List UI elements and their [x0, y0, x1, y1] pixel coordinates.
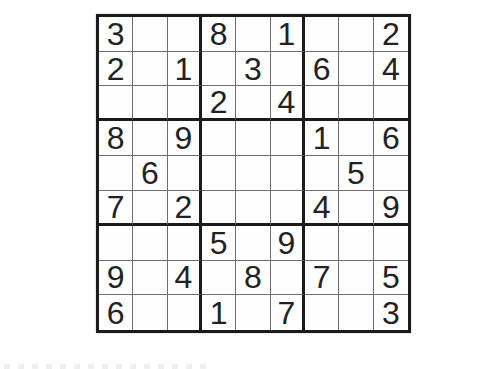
cell-r6c4[interactable] — [202, 191, 236, 226]
cell-r8c5[interactable]: 8 — [236, 261, 270, 296]
cell-r5c2[interactable]: 6 — [133, 156, 167, 191]
cell-r2c5[interactable]: 3 — [236, 52, 270, 87]
cell-r6c6[interactable] — [271, 191, 305, 226]
cell-r1c6[interactable]: 1 — [271, 17, 305, 52]
cell-r3c6[interactable]: 4 — [271, 86, 305, 121]
cell-r3c1[interactable] — [99, 86, 133, 121]
cell-r9c6[interactable]: 7 — [271, 295, 305, 330]
cell-r4c7[interactable]: 1 — [305, 121, 339, 156]
cell-r7c1[interactable] — [99, 226, 133, 261]
cell-r7c2[interactable] — [133, 226, 167, 261]
cell-r5c8[interactable]: 5 — [339, 156, 373, 191]
sudoku-board: 38122136424891665724959948756173 — [96, 14, 411, 333]
cell-r1c8[interactable] — [339, 17, 373, 52]
cell-r6c7[interactable]: 4 — [305, 191, 339, 226]
cropped-text-artifact — [4, 364, 214, 369]
cell-r3c8[interactable] — [339, 86, 373, 121]
cell-r1c7[interactable] — [305, 17, 339, 52]
cell-r1c3[interactable] — [168, 17, 202, 52]
cell-r5c1[interactable] — [99, 156, 133, 191]
cell-r7c6[interactable]: 9 — [271, 226, 305, 261]
cell-r5c5[interactable] — [236, 156, 270, 191]
cell-r5c7[interactable] — [305, 156, 339, 191]
cell-r3c4[interactable]: 2 — [202, 86, 236, 121]
cell-r1c2[interactable] — [133, 17, 167, 52]
cell-r5c6[interactable] — [271, 156, 305, 191]
cell-r1c1[interactable]: 3 — [99, 17, 133, 52]
cell-r2c9[interactable]: 4 — [374, 52, 408, 87]
cell-r6c3[interactable]: 2 — [168, 191, 202, 226]
cell-r4c1[interactable]: 8 — [99, 121, 133, 156]
cell-r3c3[interactable] — [168, 86, 202, 121]
cell-r7c7[interactable] — [305, 226, 339, 261]
cell-r2c4[interactable] — [202, 52, 236, 87]
cell-r7c4[interactable]: 5 — [202, 226, 236, 261]
cell-r2c6[interactable] — [271, 52, 305, 87]
cell-r4c9[interactable]: 6 — [374, 121, 408, 156]
cell-r1c4[interactable]: 8 — [202, 17, 236, 52]
cell-r8c1[interactable]: 9 — [99, 261, 133, 296]
cell-r6c1[interactable]: 7 — [99, 191, 133, 226]
cell-r2c7[interactable]: 6 — [305, 52, 339, 87]
cell-r4c2[interactable] — [133, 121, 167, 156]
cell-r1c5[interactable] — [236, 17, 270, 52]
cell-r2c2[interactable] — [133, 52, 167, 87]
cell-r4c8[interactable] — [339, 121, 373, 156]
cell-r8c7[interactable]: 7 — [305, 261, 339, 296]
cell-r2c1[interactable]: 2 — [99, 52, 133, 87]
cell-r8c9[interactable]: 5 — [374, 261, 408, 296]
cell-r8c3[interactable]: 4 — [168, 261, 202, 296]
page: 38122136424891665724959948756173 — [0, 0, 500, 369]
cell-r3c7[interactable] — [305, 86, 339, 121]
cell-r9c4[interactable]: 1 — [202, 295, 236, 330]
cell-r9c3[interactable] — [168, 295, 202, 330]
cell-r7c3[interactable] — [168, 226, 202, 261]
cell-r3c9[interactable] — [374, 86, 408, 121]
cell-r2c3[interactable]: 1 — [168, 52, 202, 87]
cell-r7c5[interactable] — [236, 226, 270, 261]
cell-r9c2[interactable] — [133, 295, 167, 330]
cell-r6c2[interactable] — [133, 191, 167, 226]
cell-r8c6[interactable] — [271, 261, 305, 296]
cell-r4c6[interactable] — [271, 121, 305, 156]
cell-r4c5[interactable] — [236, 121, 270, 156]
cell-r5c9[interactable] — [374, 156, 408, 191]
cell-r9c5[interactable] — [236, 295, 270, 330]
cell-r7c9[interactable] — [374, 226, 408, 261]
cell-r4c4[interactable] — [202, 121, 236, 156]
cell-r9c1[interactable]: 6 — [99, 295, 133, 330]
cell-r1c9[interactable]: 2 — [374, 17, 408, 52]
cell-r5c3[interactable] — [168, 156, 202, 191]
cell-r6c9[interactable]: 9 — [374, 191, 408, 226]
cell-r6c5[interactable] — [236, 191, 270, 226]
cell-r5c4[interactable] — [202, 156, 236, 191]
cell-r6c8[interactable] — [339, 191, 373, 226]
cell-r4c3[interactable]: 9 — [168, 121, 202, 156]
cell-r9c9[interactable]: 3 — [374, 295, 408, 330]
cell-r8c4[interactable] — [202, 261, 236, 296]
cell-r8c8[interactable] — [339, 261, 373, 296]
cell-r2c8[interactable] — [339, 52, 373, 87]
cell-r8c2[interactable] — [133, 261, 167, 296]
cell-r3c5[interactable] — [236, 86, 270, 121]
cell-r3c2[interactable] — [133, 86, 167, 121]
cell-r9c7[interactable] — [305, 295, 339, 330]
cell-r7c8[interactable] — [339, 226, 373, 261]
cell-r9c8[interactable] — [339, 295, 373, 330]
